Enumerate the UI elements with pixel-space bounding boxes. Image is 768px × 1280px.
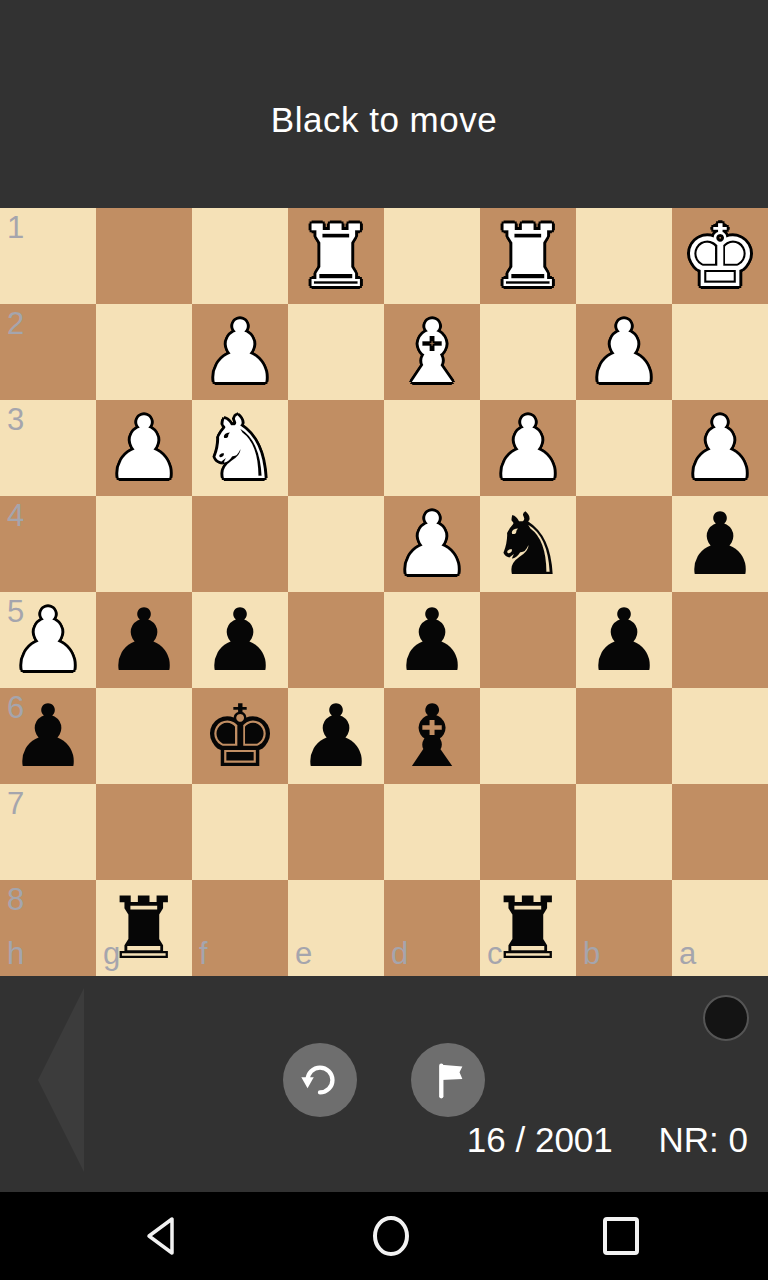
square-e1[interactable]: ♜ — [288, 208, 384, 304]
square-b5[interactable]: ♟ — [576, 592, 672, 688]
restart-icon — [297, 1057, 343, 1103]
black-pawn-piece: ♟ — [105, 592, 182, 688]
square-h1[interactable] — [0, 208, 96, 304]
square-f5[interactable]: ♟ — [192, 592, 288, 688]
square-a3[interactable]: ♟ — [672, 400, 768, 496]
square-c2[interactable] — [480, 304, 576, 400]
square-h3[interactable] — [0, 400, 96, 496]
white-pawn-piece: ♟ — [681, 400, 758, 496]
square-a5[interactable] — [672, 592, 768, 688]
square-e6[interactable]: ♟ — [288, 688, 384, 784]
square-d4[interactable]: ♟ — [384, 496, 480, 592]
android-navbar — [0, 1192, 768, 1280]
black-pawn-piece: ♟ — [585, 592, 662, 688]
square-a8[interactable] — [672, 880, 768, 976]
restart-button[interactable] — [283, 1043, 357, 1117]
white-pawn-piece: ♟ — [201, 304, 278, 400]
square-d3[interactable] — [384, 400, 480, 496]
square-e5[interactable] — [288, 592, 384, 688]
square-f3[interactable]: ♞ — [192, 400, 288, 496]
black-pawn-piece: ♟ — [393, 592, 470, 688]
square-d7[interactable] — [384, 784, 480, 880]
square-a7[interactable] — [672, 784, 768, 880]
app-screen: Black to move ♜♜♚♟♝♟♟♞♟♟♟♞♟♟♟♟♟♟♟♚♟♝♜♜12… — [0, 0, 768, 1280]
square-c7[interactable] — [480, 784, 576, 880]
square-c3[interactable]: ♟ — [480, 400, 576, 496]
status-banner: Black to move — [0, 0, 768, 208]
white-pawn-piece: ♟ — [393, 496, 470, 592]
square-g6[interactable] — [96, 688, 192, 784]
black-rook-piece: ♜ — [489, 880, 566, 976]
square-c4[interactable]: ♞ — [480, 496, 576, 592]
square-f6[interactable]: ♚ — [192, 688, 288, 784]
square-a4[interactable]: ♟ — [672, 496, 768, 592]
white-rook-piece: ♜ — [489, 208, 566, 304]
white-bishop-piece: ♝ — [393, 304, 470, 400]
flag-button[interactable] — [411, 1043, 485, 1117]
square-h5[interactable]: ♟ — [0, 592, 96, 688]
square-g4[interactable] — [96, 496, 192, 592]
square-g2[interactable] — [96, 304, 192, 400]
home-icon[interactable] — [369, 1214, 413, 1258]
black-bishop-piece: ♝ — [393, 688, 470, 784]
square-b2[interactable]: ♟ — [576, 304, 672, 400]
black-king-piece: ♚ — [201, 688, 278, 784]
square-d5[interactable]: ♟ — [384, 592, 480, 688]
square-d1[interactable] — [384, 208, 480, 304]
white-pawn-piece: ♟ — [585, 304, 662, 400]
square-h7[interactable] — [0, 784, 96, 880]
square-b8[interactable] — [576, 880, 672, 976]
white-pawn-piece: ♟ — [105, 400, 182, 496]
square-b7[interactable] — [576, 784, 672, 880]
black-rook-piece: ♜ — [105, 880, 182, 976]
square-f1[interactable] — [192, 208, 288, 304]
control-bar: 16 / 2001 NR: 0 — [0, 976, 768, 1192]
back-icon[interactable] — [141, 1214, 185, 1258]
white-rook-piece: ♜ — [297, 208, 374, 304]
turn-status-text: Black to move — [0, 100, 768, 140]
black-pawn-piece: ♟ — [297, 688, 374, 784]
square-f8[interactable] — [192, 880, 288, 976]
square-c5[interactable] — [480, 592, 576, 688]
square-e7[interactable] — [288, 784, 384, 880]
white-pawn-piece: ♟ — [9, 592, 86, 688]
square-g8[interactable]: ♜ — [96, 880, 192, 976]
flag-icon — [425, 1057, 471, 1103]
square-a2[interactable] — [672, 304, 768, 400]
square-g3[interactable]: ♟ — [96, 400, 192, 496]
recents-icon[interactable] — [599, 1214, 643, 1258]
square-e3[interactable] — [288, 400, 384, 496]
square-e8[interactable] — [288, 880, 384, 976]
square-g5[interactable]: ♟ — [96, 592, 192, 688]
square-d8[interactable] — [384, 880, 480, 976]
white-pawn-piece: ♟ — [489, 400, 566, 496]
square-h6[interactable]: ♟ — [0, 688, 96, 784]
square-b6[interactable] — [576, 688, 672, 784]
square-b1[interactable] — [576, 208, 672, 304]
puzzle-counter: 16 / 2001 NR: 0 — [467, 1120, 748, 1160]
square-f7[interactable] — [192, 784, 288, 880]
square-c6[interactable] — [480, 688, 576, 784]
previous-move-arrow-icon[interactable] — [38, 988, 84, 1172]
square-d6[interactable]: ♝ — [384, 688, 480, 784]
black-pawn-piece: ♟ — [681, 496, 758, 592]
black-knight-piece: ♞ — [489, 496, 566, 592]
square-d2[interactable]: ♝ — [384, 304, 480, 400]
square-f2[interactable]: ♟ — [192, 304, 288, 400]
square-h8[interactable] — [0, 880, 96, 976]
square-f4[interactable] — [192, 496, 288, 592]
square-h2[interactable] — [0, 304, 96, 400]
chess-board: ♜♜♚♟♝♟♟♞♟♟♟♞♟♟♟♟♟♟♟♚♟♝♜♜12345678hgfedcba — [0, 208, 768, 976]
black-pawn-piece: ♟ — [9, 688, 86, 784]
square-h4[interactable] — [0, 496, 96, 592]
black-pawn-piece: ♟ — [201, 592, 278, 688]
square-c1[interactable]: ♜ — [480, 208, 576, 304]
square-e4[interactable] — [288, 496, 384, 592]
square-g1[interactable] — [96, 208, 192, 304]
square-b4[interactable] — [576, 496, 672, 592]
square-e2[interactable] — [288, 304, 384, 400]
white-knight-piece: ♞ — [201, 400, 278, 496]
square-a6[interactable] — [672, 688, 768, 784]
white-king-piece: ♚ — [681, 208, 758, 304]
nr-counter: NR: 0 — [659, 1120, 748, 1159]
square-g7[interactable] — [96, 784, 192, 880]
square-a1[interactable]: ♚ — [672, 208, 768, 304]
turn-indicator — [703, 995, 749, 1041]
square-c8[interactable]: ♜ — [480, 880, 576, 976]
square-b3[interactable] — [576, 400, 672, 496]
puzzle-progress: 16 / 2001 — [467, 1120, 613, 1159]
